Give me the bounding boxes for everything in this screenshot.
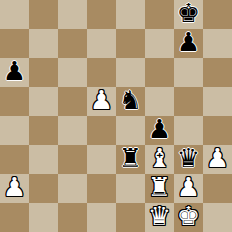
black-pawn-f4[interactable]: ♟ xyxy=(148,116,171,144)
square-a8[interactable] xyxy=(0,0,29,29)
square-e4[interactable] xyxy=(116,116,145,145)
square-f6[interactable] xyxy=(145,58,174,87)
black-king-g8[interactable]: ♚ xyxy=(177,0,200,28)
square-f8[interactable] xyxy=(145,0,174,29)
square-g7[interactable]: ♟ xyxy=(174,29,203,58)
square-b8[interactable] xyxy=(29,0,58,29)
square-f1[interactable]: ♛ xyxy=(145,203,174,232)
white-pawn-g2[interactable]: ♟ xyxy=(177,174,200,202)
white-rook-f2[interactable]: ♜ xyxy=(148,174,171,202)
square-a5[interactable] xyxy=(0,87,29,116)
square-c8[interactable] xyxy=(58,0,87,29)
white-pawn-d5[interactable]: ♟ xyxy=(90,87,113,115)
square-a6[interactable]: ♟ xyxy=(0,58,29,87)
white-pawn-a2[interactable]: ♟ xyxy=(3,174,26,202)
square-g1[interactable]: ♚ xyxy=(174,203,203,232)
square-b1[interactable] xyxy=(29,203,58,232)
square-b3[interactable] xyxy=(29,145,58,174)
square-d8[interactable] xyxy=(87,0,116,29)
square-b2[interactable] xyxy=(29,174,58,203)
square-d4[interactable] xyxy=(87,116,116,145)
square-h1[interactable] xyxy=(203,203,232,232)
square-b5[interactable] xyxy=(29,87,58,116)
white-pawn-h3[interactable]: ♟ xyxy=(206,145,229,173)
square-b7[interactable] xyxy=(29,29,58,58)
square-g2[interactable]: ♟ xyxy=(174,174,203,203)
square-h7[interactable] xyxy=(203,29,232,58)
square-g8[interactable]: ♚ xyxy=(174,0,203,29)
square-h5[interactable] xyxy=(203,87,232,116)
square-e8[interactable] xyxy=(116,0,145,29)
square-c4[interactable] xyxy=(58,116,87,145)
black-queen-g3[interactable]: ♛ xyxy=(177,145,200,173)
square-a7[interactable] xyxy=(0,29,29,58)
square-a4[interactable] xyxy=(0,116,29,145)
white-queen-f1[interactable]: ♛ xyxy=(148,203,171,231)
square-h2[interactable] xyxy=(203,174,232,203)
square-e6[interactable] xyxy=(116,58,145,87)
square-e3[interactable]: ♜ xyxy=(116,145,145,174)
square-d1[interactable] xyxy=(87,203,116,232)
black-pawn-a6[interactable]: ♟ xyxy=(3,58,26,86)
square-d2[interactable] xyxy=(87,174,116,203)
square-c2[interactable] xyxy=(58,174,87,203)
square-d6[interactable] xyxy=(87,58,116,87)
square-c6[interactable] xyxy=(58,58,87,87)
square-g5[interactable] xyxy=(174,87,203,116)
chess-board: ♚♟♟♟♞♟♜♝♛♟♟♜♟♛♚ xyxy=(0,0,232,232)
square-h4[interactable] xyxy=(203,116,232,145)
square-f3[interactable]: ♝ xyxy=(145,145,174,174)
square-h8[interactable] xyxy=(203,0,232,29)
square-f2[interactable]: ♜ xyxy=(145,174,174,203)
square-g6[interactable] xyxy=(174,58,203,87)
square-d5[interactable]: ♟ xyxy=(87,87,116,116)
square-b6[interactable] xyxy=(29,58,58,87)
square-e2[interactable] xyxy=(116,174,145,203)
square-a1[interactable] xyxy=(0,203,29,232)
white-king-g1[interactable]: ♚ xyxy=(177,203,200,231)
square-b4[interactable] xyxy=(29,116,58,145)
square-e7[interactable] xyxy=(116,29,145,58)
square-d7[interactable] xyxy=(87,29,116,58)
square-g4[interactable] xyxy=(174,116,203,145)
square-f4[interactable]: ♟ xyxy=(145,116,174,145)
square-e1[interactable] xyxy=(116,203,145,232)
square-f7[interactable] xyxy=(145,29,174,58)
square-h3[interactable]: ♟ xyxy=(203,145,232,174)
square-h6[interactable] xyxy=(203,58,232,87)
square-c3[interactable] xyxy=(58,145,87,174)
square-c5[interactable] xyxy=(58,87,87,116)
square-c7[interactable] xyxy=(58,29,87,58)
square-a2[interactable]: ♟ xyxy=(0,174,29,203)
white-bishop-f3[interactable]: ♝ xyxy=(148,145,171,173)
square-f5[interactable] xyxy=(145,87,174,116)
square-a3[interactable] xyxy=(0,145,29,174)
black-rook-e3[interactable]: ♜ xyxy=(119,145,142,173)
square-e5[interactable]: ♞ xyxy=(116,87,145,116)
black-knight-e5[interactable]: ♞ xyxy=(119,87,142,115)
black-pawn-g7[interactable]: ♟ xyxy=(177,29,200,57)
square-g3[interactable]: ♛ xyxy=(174,145,203,174)
square-d3[interactable] xyxy=(87,145,116,174)
square-c1[interactable] xyxy=(58,203,87,232)
